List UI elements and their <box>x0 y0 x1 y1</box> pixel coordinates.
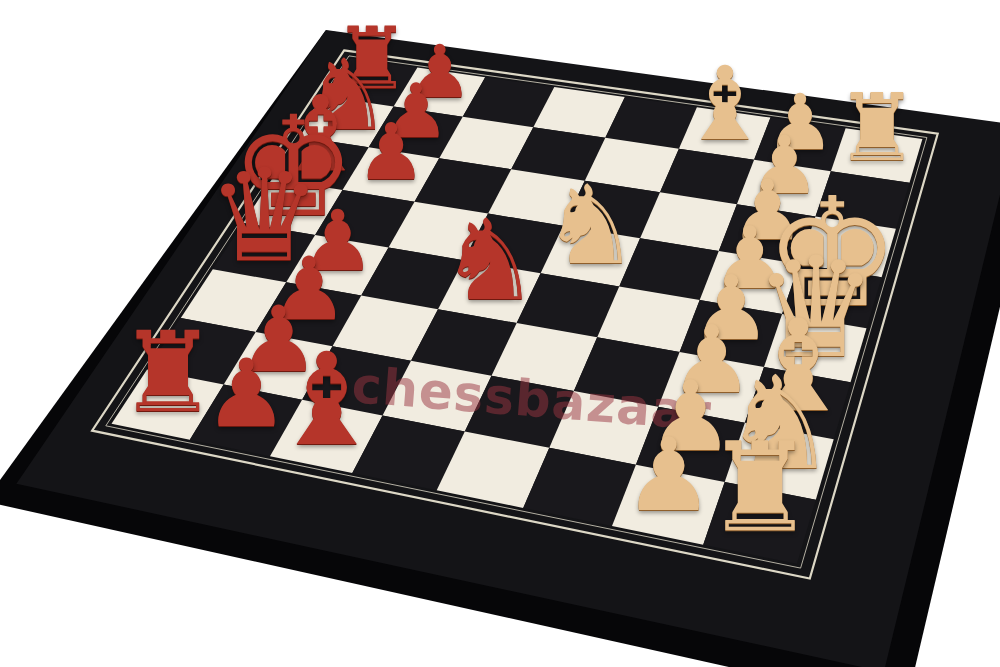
piece-boxwood-pawn-h2: ♟ <box>766 84 835 161</box>
piece-boxwood-knight-e4: ♞ <box>542 170 640 279</box>
piece-boxwood-king-e1: ♚ <box>765 178 900 329</box>
piece-red-pawn-f7: ♟ <box>356 113 426 191</box>
piece-boxwood-pawn-c2: ♟ <box>670 314 753 407</box>
piece-red-pawn-a7: ♟ <box>204 346 288 440</box>
piece-boxwood-rook-h1: ♜ <box>835 82 918 175</box>
piece-boxwood-rook-a1: ♜ <box>705 426 815 549</box>
piece-red-knight-g8: ♞ <box>303 45 391 143</box>
piece-red-king-e8: ♚ <box>231 98 356 237</box>
piece-red-bishop-f8: ♝ <box>274 82 367 186</box>
piece-boxwood-pawn-a2: ♟ <box>624 425 715 526</box>
piece-red-pawn-d7: ♟ <box>300 199 375 283</box>
piece-boxwood-pawn-e2: ♟ <box>711 215 788 301</box>
piece-boxwood-queen-d1: ♛ <box>753 239 878 378</box>
piece-red-pawn-g7: ♟ <box>382 73 449 148</box>
piece-boxwood-pawn-d2: ♟ <box>691 263 771 352</box>
piece-red-rook-h8: ♜ <box>333 15 410 101</box>
piece-boxwood-pawn-b2: ♟ <box>647 368 734 465</box>
piece-boxwood-knight-b1: ♞ <box>722 360 838 489</box>
piece-boxwood-pawn-g2: ♟ <box>748 125 820 205</box>
piece-red-knight-d5: ♞ <box>439 204 539 316</box>
piece-red-queen-d8: ♛ <box>207 152 322 280</box>
piece-boxwood-pawn-f2: ♟ <box>730 169 804 252</box>
piece-red-pawn-b7: ♟ <box>238 294 320 385</box>
piece-red-pawn-c7: ♟ <box>270 246 348 333</box>
piece-boxwood-bishop-h3: ♝ <box>679 53 770 155</box>
piece-red-rook-a8: ♜ <box>118 317 218 428</box>
pieces-layer: ♜♟♞♟♝♟♜♝♟♟♚♟♛♞♟♟♞♚♟♟♛♟♟♝♜♟♝♟♞♟♜ <box>0 0 1000 667</box>
piece-red-pawn-h7: ♟ <box>407 35 472 108</box>
piece-red-bishop-a6: ♝ <box>269 336 384 464</box>
board-photo: chessbazaar ♜♟♞♟♝♟♜♝♟♟♚♟♛♞♟♟♞♚♟♟♛♟♟♝♜♟♝♟… <box>0 0 1000 667</box>
piece-boxwood-bishop-c1: ♝ <box>741 303 855 430</box>
